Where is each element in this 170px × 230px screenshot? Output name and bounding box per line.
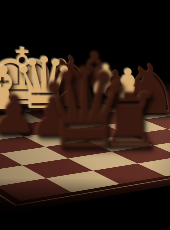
chess-photo-scene: ♝♟♟♟♝♚♞♝♛♞♟♟♜♛: [0, 0, 170, 230]
dark-queen: ♛: [36, 54, 135, 164]
pieces-layer: ♝♟♟♟♝♚♞♝♛♞♟♟♜♛: [0, 0, 170, 230]
